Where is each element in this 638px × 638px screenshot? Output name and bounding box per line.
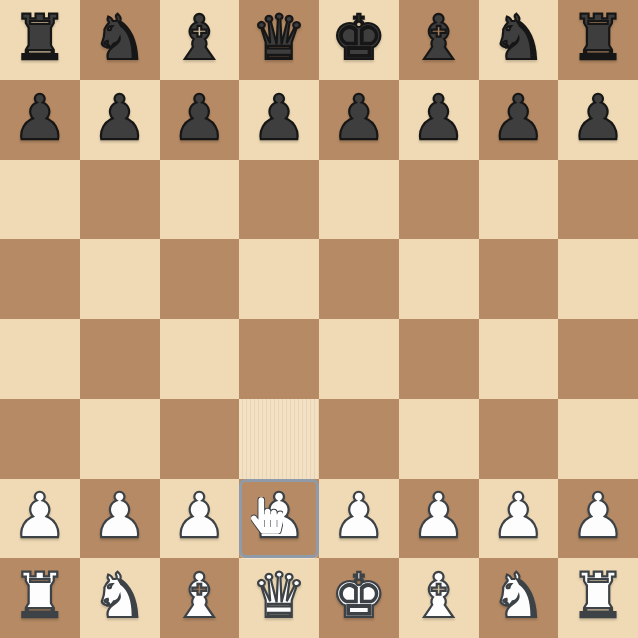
piece-black-pawn[interactable]: ♟ [92, 87, 148, 149]
square-d2[interactable]: ♟ [239, 479, 319, 559]
square-e1[interactable]: ♚ [319, 558, 399, 638]
square-f5[interactable] [399, 239, 479, 319]
square-b4[interactable] [80, 319, 160, 399]
piece-white-pawn[interactable]: ♟ [172, 485, 228, 547]
square-a8[interactable]: ♜ [0, 0, 80, 80]
square-h4[interactable] [558, 319, 638, 399]
square-e3[interactable] [319, 399, 399, 479]
square-h5[interactable] [558, 239, 638, 319]
square-d1[interactable]: ♛ [239, 558, 319, 638]
piece-white-bishop[interactable]: ♝ [411, 565, 467, 627]
square-e7[interactable]: ♟ [319, 80, 399, 160]
piece-black-pawn[interactable]: ♟ [570, 87, 626, 149]
square-c2[interactable]: ♟ [160, 479, 240, 559]
square-g6[interactable] [479, 160, 559, 240]
square-g7[interactable]: ♟ [479, 80, 559, 160]
piece-white-pawn[interactable]: ♟ [12, 485, 68, 547]
square-e6[interactable] [319, 160, 399, 240]
piece-black-king[interactable]: ♚ [331, 7, 387, 69]
piece-white-pawn[interactable]: ♟ [331, 485, 387, 547]
piece-black-rook[interactable]: ♜ [12, 7, 68, 69]
piece-white-knight[interactable]: ♞ [491, 565, 547, 627]
piece-black-pawn[interactable]: ♟ [172, 87, 228, 149]
piece-black-pawn[interactable]: ♟ [331, 87, 387, 149]
piece-white-queen[interactable]: ♛ [251, 565, 307, 627]
square-f6[interactable] [399, 160, 479, 240]
square-b7[interactable]: ♟ [80, 80, 160, 160]
piece-white-bishop[interactable]: ♝ [172, 565, 228, 627]
square-a3[interactable] [0, 399, 80, 479]
square-a1[interactable]: ♜ [0, 558, 80, 638]
square-h7[interactable]: ♟ [558, 80, 638, 160]
piece-white-rook[interactable]: ♜ [570, 565, 626, 627]
square-b3[interactable] [80, 399, 160, 479]
square-h3[interactable] [558, 399, 638, 479]
square-a7[interactable]: ♟ [0, 80, 80, 160]
square-c8[interactable]: ♝ [160, 0, 240, 80]
square-e4[interactable] [319, 319, 399, 399]
square-c3[interactable] [160, 399, 240, 479]
piece-white-pawn[interactable]: ♟ [251, 485, 307, 547]
piece-black-knight[interactable]: ♞ [491, 7, 547, 69]
square-b2[interactable]: ♟ [80, 479, 160, 559]
square-a4[interactable] [0, 319, 80, 399]
square-g8[interactable]: ♞ [479, 0, 559, 80]
square-a6[interactable] [0, 160, 80, 240]
square-g1[interactable]: ♞ [479, 558, 559, 638]
square-h1[interactable]: ♜ [558, 558, 638, 638]
square-b6[interactable] [80, 160, 160, 240]
square-g2[interactable]: ♟ [479, 479, 559, 559]
square-f4[interactable] [399, 319, 479, 399]
square-f3[interactable] [399, 399, 479, 479]
piece-black-pawn[interactable]: ♟ [251, 87, 307, 149]
square-f8[interactable]: ♝ [399, 0, 479, 80]
square-e2[interactable]: ♟ [319, 479, 399, 559]
square-c7[interactable]: ♟ [160, 80, 240, 160]
square-f2[interactable]: ♟ [399, 479, 479, 559]
piece-white-knight[interactable]: ♞ [92, 565, 148, 627]
square-c6[interactable] [160, 160, 240, 240]
square-g3[interactable] [479, 399, 559, 479]
chess-board: ♜♞♝♛♚♝♞♜♟♟♟♟♟♟♟♟♟♟♟♟♟♟♟♟♜♞♝♛♚♝♞♜ [0, 0, 638, 638]
square-f1[interactable]: ♝ [399, 558, 479, 638]
square-a2[interactable]: ♟ [0, 479, 80, 559]
square-d3[interactable] [239, 399, 319, 479]
chess-board-container: ♜♞♝♛♚♝♞♜♟♟♟♟♟♟♟♟♟♟♟♟♟♟♟♟♜♞♝♛♚♝♞♜ [0, 0, 638, 638]
piece-black-queen[interactable]: ♛ [251, 7, 307, 69]
square-c4[interactable] [160, 319, 240, 399]
square-h6[interactable] [558, 160, 638, 240]
square-h2[interactable]: ♟ [558, 479, 638, 559]
piece-black-bishop[interactable]: ♝ [411, 7, 467, 69]
square-f7[interactable]: ♟ [399, 80, 479, 160]
square-e8[interactable]: ♚ [319, 0, 399, 80]
piece-black-pawn[interactable]: ♟ [12, 87, 68, 149]
piece-white-pawn[interactable]: ♟ [570, 485, 626, 547]
piece-black-knight[interactable]: ♞ [92, 7, 148, 69]
piece-white-pawn[interactable]: ♟ [491, 485, 547, 547]
piece-white-pawn[interactable]: ♟ [411, 485, 467, 547]
square-e5[interactable] [319, 239, 399, 319]
square-d7[interactable]: ♟ [239, 80, 319, 160]
square-b8[interactable]: ♞ [80, 0, 160, 80]
piece-white-rook[interactable]: ♜ [12, 565, 68, 627]
square-c5[interactable] [160, 239, 240, 319]
square-b5[interactable] [80, 239, 160, 319]
square-b1[interactable]: ♞ [80, 558, 160, 638]
piece-white-king[interactable]: ♚ [331, 565, 387, 627]
square-d6[interactable] [239, 160, 319, 240]
piece-black-bishop[interactable]: ♝ [172, 7, 228, 69]
square-c1[interactable]: ♝ [160, 558, 240, 638]
piece-black-pawn[interactable]: ♟ [411, 87, 467, 149]
square-g4[interactable] [479, 319, 559, 399]
piece-black-pawn[interactable]: ♟ [491, 87, 547, 149]
square-d4[interactable] [239, 319, 319, 399]
square-d5[interactable] [239, 239, 319, 319]
square-a5[interactable] [0, 239, 80, 319]
square-h8[interactable]: ♜ [558, 0, 638, 80]
piece-black-rook[interactable]: ♜ [570, 7, 626, 69]
square-d8[interactable]: ♛ [239, 0, 319, 80]
square-g5[interactable] [479, 239, 559, 319]
piece-white-pawn[interactable]: ♟ [92, 485, 148, 547]
